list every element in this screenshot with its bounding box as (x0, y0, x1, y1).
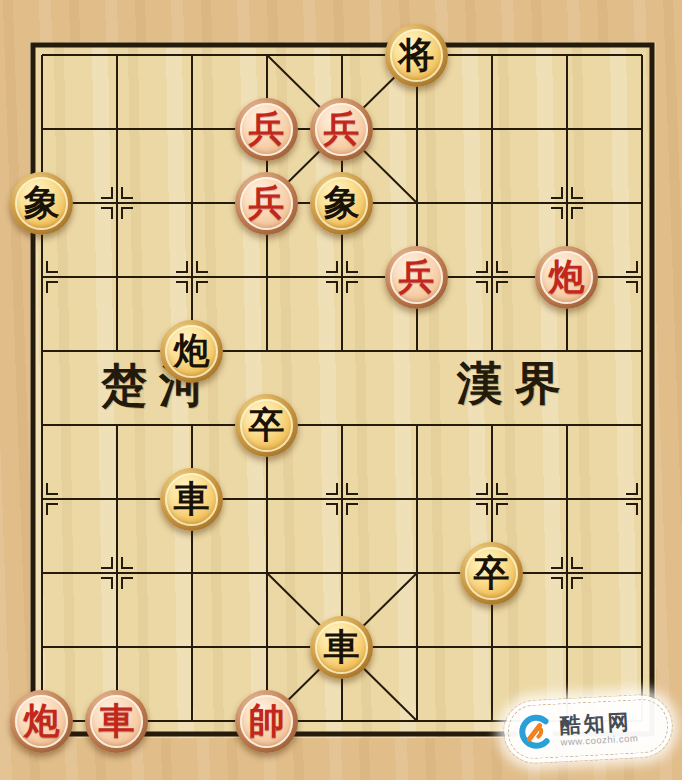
piece-black-general[interactable]: 将 (385, 24, 448, 87)
piece-character: 炮 (24, 702, 60, 738)
piece-character: 車 (99, 702, 135, 738)
piece-character: 卒 (474, 554, 510, 590)
piece-face: 車 (90, 695, 143, 748)
piece-character: 兵 (249, 110, 285, 146)
piece-character: 兵 (399, 258, 435, 294)
piece-face: 兵 (240, 177, 293, 230)
piece-red-chariot[interactable]: 車 (85, 690, 148, 753)
piece-character: 帥 (249, 702, 285, 738)
piece-face: 車 (165, 473, 218, 526)
piece-face: 象 (315, 177, 368, 230)
piece-character: 将 (399, 36, 435, 72)
piece-red-general[interactable]: 帥 (235, 690, 298, 753)
piece-face: 炮 (540, 251, 593, 304)
piece-red-soldier-2[interactable]: 兵 (310, 98, 373, 161)
watermark-url: www.coozhi.com (560, 734, 638, 748)
piece-face: 将 (390, 29, 443, 82)
piece-face: 帥 (240, 695, 293, 748)
piece-face: 炮 (165, 325, 218, 378)
piece-red-cannon-1[interactable]: 炮 (535, 246, 598, 309)
coozhi-logo-icon (515, 712, 555, 752)
pieces-grid: 将兵兵象兵象兵炮炮卒車卒車炮車帥 (4, 18, 679, 758)
piece-face: 兵 (240, 103, 293, 156)
piece-black-elephant-1[interactable]: 象 (10, 172, 73, 235)
piece-face: 卒 (240, 399, 293, 452)
piece-character: 車 (324, 628, 360, 664)
piece-character: 炮 (174, 332, 210, 368)
piece-red-soldier-1[interactable]: 兵 (235, 98, 298, 161)
watermark-badge: 酷知网 www.coozhi.com (502, 694, 673, 765)
piece-face: 卒 (465, 547, 518, 600)
piece-character: 象 (24, 184, 60, 220)
piece-face: 象 (15, 177, 68, 230)
piece-face: 炮 (15, 695, 68, 748)
piece-character: 炮 (549, 258, 585, 294)
piece-red-cannon-2[interactable]: 炮 (10, 690, 73, 753)
xiangqi-diagram: 楚河 漢界 将兵兵象兵象兵炮炮卒車卒車炮車帥 酷知网 www.coozhi.co… (0, 0, 682, 780)
piece-face: 兵 (390, 251, 443, 304)
piece-character: 卒 (249, 406, 285, 442)
piece-black-soldier-1[interactable]: 卒 (235, 394, 298, 457)
piece-face: 兵 (315, 103, 368, 156)
piece-character: 車 (174, 480, 210, 516)
piece-character: 兵 (324, 110, 360, 146)
piece-red-soldier-4[interactable]: 兵 (385, 246, 448, 309)
piece-black-elephant-2[interactable]: 象 (310, 172, 373, 235)
piece-red-soldier-3[interactable]: 兵 (235, 172, 298, 235)
watermark-text: 酷知网 www.coozhi.com (559, 710, 638, 748)
piece-face: 車 (315, 621, 368, 674)
piece-character: 兵 (249, 184, 285, 220)
piece-black-chariot-2[interactable]: 車 (310, 616, 373, 679)
piece-black-chariot-1[interactable]: 車 (160, 468, 223, 531)
piece-character: 象 (324, 184, 360, 220)
piece-black-soldier-2[interactable]: 卒 (460, 542, 523, 605)
piece-black-cannon[interactable]: 炮 (160, 320, 223, 383)
